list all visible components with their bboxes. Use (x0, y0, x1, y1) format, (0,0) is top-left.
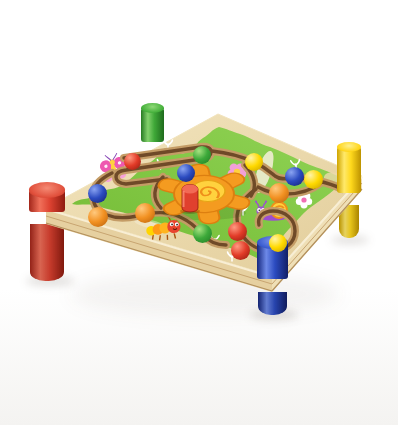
bead-blue (285, 167, 304, 186)
posts-and-beads-layer (0, 0, 398, 425)
post-yellow-cap (337, 142, 361, 152)
bead-orange (88, 207, 108, 227)
post-red-top (29, 190, 65, 212)
bead-green (193, 146, 211, 164)
post-green-cap (141, 103, 164, 113)
bead-yellow (245, 153, 263, 171)
bead-red (124, 153, 141, 170)
post-red-cap (29, 182, 65, 197)
toy-photo-stage (0, 0, 398, 425)
bead-yellow (304, 170, 323, 189)
post-green-top (141, 108, 164, 142)
bead-blue (88, 184, 107, 203)
bead-yellow (269, 234, 287, 252)
post-yellow-top (337, 147, 361, 193)
bead-green (193, 224, 212, 243)
bead-blue (177, 164, 195, 182)
bead-orange (269, 183, 289, 203)
bead-red (231, 241, 250, 260)
bead-orange (135, 203, 155, 223)
bead-red (228, 222, 247, 241)
